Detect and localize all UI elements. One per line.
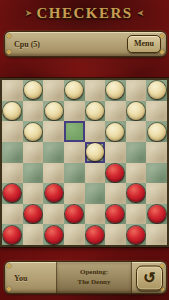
checker-piece-red[interactable]: [127, 226, 145, 244]
checker-piece-red[interactable]: [106, 164, 124, 182]
square-r4c7[interactable]: [146, 163, 167, 184]
square-r5c0[interactable]: [2, 183, 23, 204]
square-r0c2: [43, 80, 64, 101]
checker-piece-red[interactable]: [45, 226, 63, 244]
checker-piece-white[interactable]: [106, 81, 124, 99]
square-r0c1[interactable]: [23, 80, 44, 101]
checker-piece-white[interactable]: [86, 102, 104, 120]
checkers-board[interactable]: [0, 78, 169, 247]
bar-corner-ornament: [6, 286, 12, 292]
checker-piece-red[interactable]: [3, 184, 21, 202]
opening-status-line2: The Denny: [78, 278, 111, 287]
square-r4c0: [2, 163, 23, 184]
square-r7c0[interactable]: [2, 224, 23, 245]
square-r1c6[interactable]: [126, 101, 147, 122]
square-r2c4: [85, 121, 106, 142]
checker-piece-white[interactable]: [148, 81, 166, 99]
checker-piece-red[interactable]: [24, 205, 42, 223]
bar-corner-ornament: [6, 33, 12, 39]
square-r7c3: [64, 224, 85, 245]
checkers-app: ➤ CHECKERS ➤ Cpu (5) Menu You Opening: T…: [0, 0, 169, 300]
opponent-label: Cpu (5): [14, 40, 40, 49]
square-r3c7: [146, 142, 167, 163]
square-r2c1[interactable]: [23, 121, 44, 142]
square-r1c0[interactable]: [2, 101, 23, 122]
square-r3c0[interactable]: [2, 142, 23, 163]
square-r1c4[interactable]: [85, 101, 106, 122]
checker-piece-white[interactable]: [86, 143, 104, 161]
square-r7c4[interactable]: [85, 224, 106, 245]
square-r4c1[interactable]: [23, 163, 44, 184]
square-r6c6: [126, 204, 147, 225]
square-r5c3: [64, 183, 85, 204]
checker-piece-white[interactable]: [65, 81, 83, 99]
square-r6c5[interactable]: [105, 204, 126, 225]
square-r1c1: [23, 101, 44, 122]
square-r2c0: [2, 121, 23, 142]
square-r1c7: [146, 101, 167, 122]
square-r7c6[interactable]: [126, 224, 147, 245]
undo-button[interactable]: ↺: [136, 265, 163, 290]
square-r3c5: [105, 142, 126, 163]
checker-piece-red[interactable]: [65, 205, 83, 223]
square-r4c4: [85, 163, 106, 184]
square-r1c3: [64, 101, 85, 122]
square-r5c4[interactable]: [85, 183, 106, 204]
player-label: You: [14, 273, 27, 282]
checker-piece-white[interactable]: [24, 123, 42, 141]
square-r0c7[interactable]: [146, 80, 167, 101]
square-r2c3[interactable]: [64, 121, 85, 142]
checker-piece-red[interactable]: [86, 226, 104, 244]
opening-status-line1: Opening:: [80, 268, 108, 277]
checker-piece-red[interactable]: [127, 184, 145, 202]
checker-piece-red[interactable]: [45, 184, 63, 202]
checker-piece-red[interactable]: [148, 205, 166, 223]
square-r0c6: [126, 80, 147, 101]
square-r5c1: [23, 183, 44, 204]
square-r0c5[interactable]: [105, 80, 126, 101]
square-r0c4: [85, 80, 106, 101]
square-r0c3[interactable]: [64, 80, 85, 101]
square-r5c7: [146, 183, 167, 204]
square-r4c5[interactable]: [105, 163, 126, 184]
checker-piece-white[interactable]: [106, 123, 124, 141]
square-r2c5[interactable]: [105, 121, 126, 142]
square-r3c2[interactable]: [43, 142, 64, 163]
checker-piece-white[interactable]: [148, 123, 166, 141]
checker-piece-white[interactable]: [45, 102, 63, 120]
square-r2c6: [126, 121, 147, 142]
square-r5c5: [105, 183, 126, 204]
square-r4c3[interactable]: [64, 163, 85, 184]
square-r4c2: [43, 163, 64, 184]
square-r6c4: [85, 204, 106, 225]
undo-icon: ↺: [143, 270, 156, 285]
square-r6c7[interactable]: [146, 204, 167, 225]
title-ornament-right-icon: ➤: [137, 9, 145, 18]
checker-piece-white[interactable]: [24, 81, 42, 99]
square-r2c7[interactable]: [146, 121, 167, 142]
square-r1c5: [105, 101, 126, 122]
square-r2c2: [43, 121, 64, 142]
square-r1c2[interactable]: [43, 101, 64, 122]
square-r7c1: [23, 224, 44, 245]
title-ornament-left-icon: ➤: [25, 9, 33, 18]
app-title: CHECKERS: [36, 5, 132, 22]
opening-status-panel: Opening: The Denny: [56, 262, 132, 293]
square-r3c4[interactable]: [85, 142, 106, 163]
bar-corner-ornament: [6, 263, 12, 269]
checker-piece-red[interactable]: [106, 205, 124, 223]
square-r6c2: [43, 204, 64, 225]
square-r6c1[interactable]: [23, 204, 44, 225]
app-title-row: ➤ CHECKERS ➤: [0, 2, 169, 24]
square-r7c2[interactable]: [43, 224, 64, 245]
square-r5c2[interactable]: [43, 183, 64, 204]
square-r6c3[interactable]: [64, 204, 85, 225]
bar-corner-ornament: [6, 49, 12, 55]
square-r7c5: [105, 224, 126, 245]
checker-piece-white[interactable]: [3, 102, 21, 120]
square-r3c6[interactable]: [126, 142, 147, 163]
square-r5c6[interactable]: [126, 183, 147, 204]
square-r7c7: [146, 224, 167, 245]
opponent-bar: Cpu (5) Menu: [4, 31, 167, 57]
square-r3c1: [23, 142, 44, 163]
square-r4c6: [126, 163, 147, 184]
checker-piece-white[interactable]: [127, 102, 145, 120]
menu-button[interactable]: Menu: [127, 35, 161, 53]
square-r3c3: [64, 142, 85, 163]
square-r6c0: [2, 204, 23, 225]
square-r0c0: [2, 80, 23, 101]
player-bar: You Opening: The Denny ↺: [4, 261, 167, 294]
checker-piece-red[interactable]: [3, 226, 21, 244]
